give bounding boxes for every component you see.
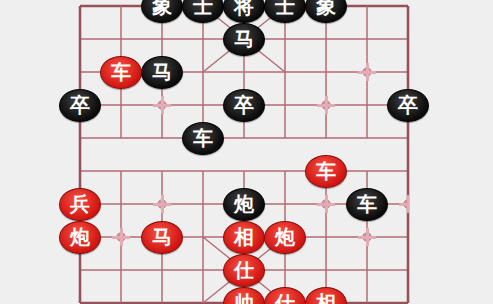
piece-black-elephant[interactable]: 象	[305, 0, 347, 23]
piece-red-horse[interactable]: 马	[141, 221, 183, 254]
piece-red-general[interactable]: 帅	[223, 287, 265, 304]
piece-black-advisor[interactable]: 士	[182, 0, 224, 23]
piece-red-elephant[interactable]: 相	[223, 221, 265, 254]
star-point-marker	[317, 96, 335, 114]
xiangqi-board: 象士将士象马车马卒卒卒车车兵炮车炮马相炮仕帅仕相	[0, 0, 493, 304]
piece-black-elephant[interactable]: 象	[141, 0, 183, 23]
star-point-marker	[358, 228, 376, 246]
piece-black-horse[interactable]: 马	[223, 23, 265, 56]
piece-red-elephant[interactable]: 相	[305, 287, 347, 304]
piece-black-chariot[interactable]: 车	[346, 188, 388, 221]
piece-red-soldier[interactable]: 兵	[59, 188, 101, 221]
piece-black-soldier[interactable]: 卒	[223, 89, 265, 122]
piece-red-chariot[interactable]: 车	[305, 155, 347, 188]
star-point-marker	[153, 96, 171, 114]
piece-black-soldier[interactable]: 卒	[387, 89, 429, 122]
star-point-marker	[358, 63, 376, 81]
star-point-marker	[317, 195, 335, 213]
piece-black-horse[interactable]: 马	[141, 56, 183, 89]
piece-black-advisor[interactable]: 士	[264, 0, 306, 23]
piece-black-cannon[interactable]: 炮	[223, 188, 265, 221]
star-point-marker	[112, 228, 130, 246]
piece-black-general[interactable]: 将	[223, 0, 265, 23]
piece-black-soldier[interactable]: 卒	[59, 89, 101, 122]
piece-red-cannon[interactable]: 炮	[59, 221, 101, 254]
star-point-marker	[153, 195, 171, 213]
piece-red-chariot[interactable]: 车	[100, 56, 142, 89]
piece-red-advisor[interactable]: 仕	[264, 287, 306, 304]
piece-red-cannon[interactable]: 炮	[264, 221, 306, 254]
star-point-marker	[399, 195, 417, 213]
piece-red-advisor[interactable]: 仕	[223, 254, 265, 287]
piece-black-chariot[interactable]: 车	[182, 122, 224, 155]
board-grid[interactable]: 象士将士象马车马卒卒卒车车兵炮车炮马相炮仕帅仕相	[60, 0, 429, 304]
